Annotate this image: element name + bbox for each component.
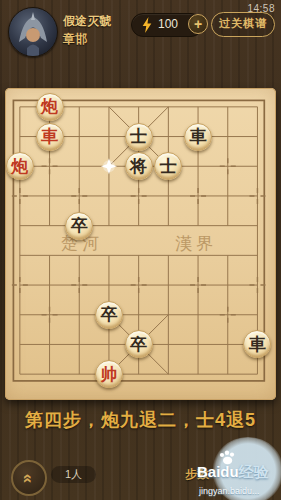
puzzle-records-button[interactable]: 过关棋谱 (211, 12, 275, 37)
xiangqi-piece-black-車[interactable]: 車 (184, 123, 212, 151)
xiangqi-piece-black-士[interactable]: 士 (154, 152, 182, 180)
app-screen: 14:58 假途灭虢 章邯 100 + 过关棋谱 楚河 漢界 炮車炮士車将士卒卒… (0, 0, 281, 500)
xiangqi-piece-red-帅[interactable]: 帅 (95, 360, 123, 388)
xiangqi-piece-red-炮[interactable]: 炮 (6, 152, 34, 180)
lightning-icon (141, 17, 153, 33)
xiangqi-piece-red-炮[interactable]: 炮 (36, 93, 64, 121)
energy-value: 100 (158, 17, 178, 31)
xiangqi-piece-black-士[interactable]: 士 (125, 123, 153, 151)
piece-layer: 炮車炮士車将士卒卒卒車帅 (5, 92, 273, 389)
xiangqi-piece-black-将[interactable]: 将 (125, 152, 153, 180)
expand-panel-button[interactable]: « (11, 460, 47, 496)
xiangqi-board[interactable]: 楚河 漢界 炮車炮士車将士卒卒卒車帅 (5, 88, 276, 400)
player-name: 假途灭虢 (63, 13, 111, 30)
player-title: 章邯 (63, 31, 87, 48)
xiangqi-piece-black-卒[interactable]: 卒 (95, 301, 123, 329)
xiangqi-piece-black-卒[interactable]: 卒 (65, 212, 93, 240)
xiangqi-piece-black-車[interactable]: 車 (243, 330, 271, 358)
xiangqi-piece-red-車[interactable]: 車 (36, 123, 64, 151)
chevron-up-icon: « (21, 473, 38, 482)
players-count-badge: 1人 (51, 466, 96, 483)
add-energy-button[interactable]: + (188, 14, 208, 34)
warrior-portrait-icon (9, 8, 57, 56)
player-avatar[interactable] (8, 7, 58, 57)
watermark-brand: Baidu经验 (197, 463, 269, 482)
move-hint-text: 第四步，炮九退二，士4退5 (0, 402, 281, 438)
watermark-url: jingyan.baidu... (199, 486, 260, 496)
xiangqi-piece-black-卒[interactable]: 卒 (125, 330, 153, 358)
